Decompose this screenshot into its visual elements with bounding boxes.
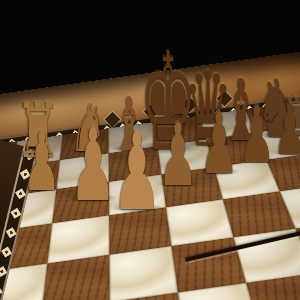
piece-pawn-5: ♟ [199, 111, 238, 178]
piece-pawn-1: ♟ [23, 130, 61, 195]
inlay-diamond [1, 246, 12, 257]
piece-pawn-6: ♟ [239, 104, 275, 166]
inlay-diamond [10, 208, 21, 219]
inlay-diamond [0, 266, 7, 277]
piece-pawn-2: ♟ [70, 126, 117, 206]
chess-photo-scene: ♜♞♝♚♛♝♞♜♟♟♟♟♟♟♟ [0, 0, 300, 300]
inlay-diamond [0, 285, 2, 296]
board-square [109, 246, 178, 300]
piece-pawn-3: ♟ [112, 130, 162, 216]
piece-pawn-7: ♟ [274, 102, 300, 158]
inlay-diamond [5, 227, 16, 238]
piece-pawn-4: ♟ [158, 121, 198, 190]
